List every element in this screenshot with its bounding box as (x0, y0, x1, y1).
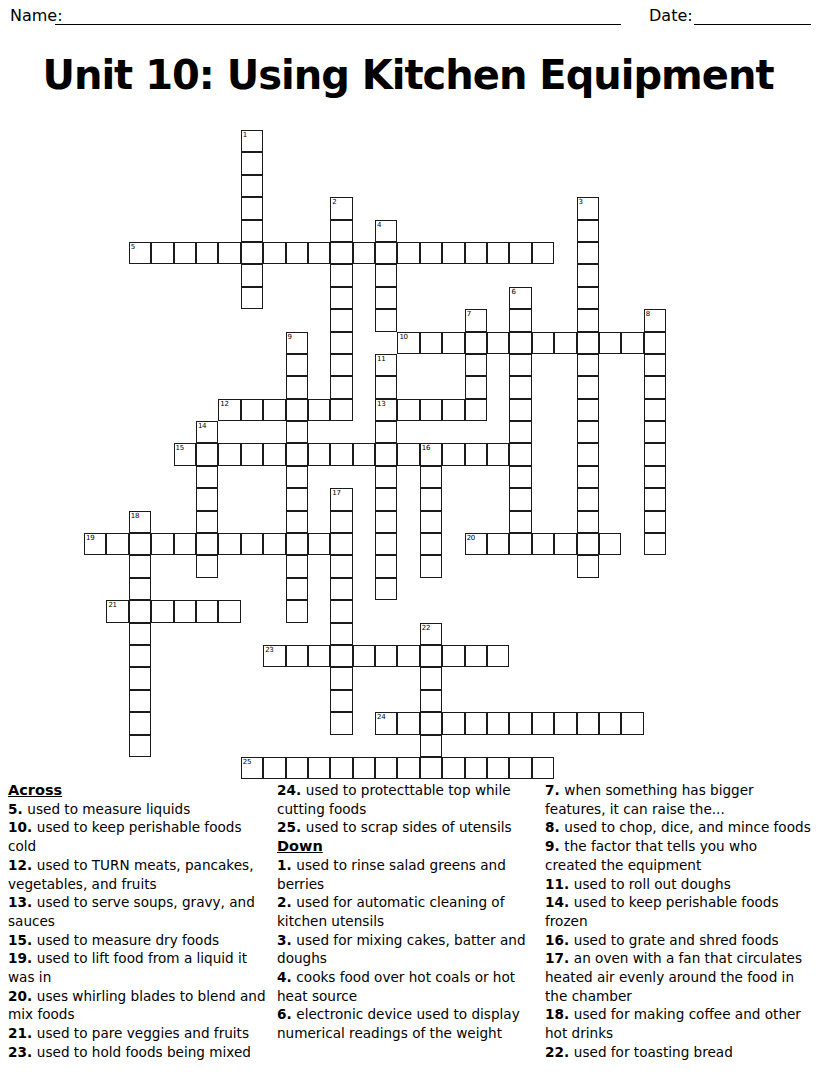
grid-cell-r12c15[interactable] (420, 399, 442, 421)
across-header: Across (8, 781, 268, 800)
grid-cell-r27c2[interactable] (129, 735, 151, 757)
grid-cell-r18c5[interactable] (196, 533, 218, 555)
clue-down-8: 8. used to chop, dice, and mince foods (545, 818, 813, 837)
grid-cell-r22c15[interactable]: 22 (420, 623, 442, 645)
grid-cell-r28c15[interactable] (420, 757, 442, 779)
clue-number-7: 7 (467, 310, 471, 318)
grid-cell-r14c9[interactable] (286, 443, 308, 465)
grid-cell-r14c14[interactable] (397, 443, 419, 465)
grid-cell-r28c16[interactable] (442, 757, 464, 779)
grid-cell-r25c11[interactable] (330, 690, 352, 712)
grid-cell-r23c15[interactable] (420, 645, 442, 667)
grid-cell-r16c22[interactable] (577, 488, 599, 510)
grid-cell-r5c12[interactable] (353, 242, 375, 264)
grid-cell-r28c12[interactable] (353, 757, 375, 779)
grid-cell-r14c16[interactable] (442, 443, 464, 465)
clue-across-15: 15. used to measure dry foods (8, 931, 268, 950)
clue-number-10: 10 (399, 333, 407, 341)
grid-cell-r28c19[interactable] (509, 757, 531, 779)
grid-cell-r14c7[interactable] (241, 443, 263, 465)
grid-cell-r9c23[interactable] (599, 332, 621, 354)
grid-cell-r15c19[interactable] (509, 466, 531, 488)
grid-cell-r8c22[interactable] (577, 309, 599, 331)
grid-cell-r18c2[interactable] (129, 533, 151, 555)
grid-cell-r9c22[interactable] (577, 332, 599, 354)
clue-down-2: 2. used for automatic cleaning of kitche… (277, 893, 537, 930)
grid-cell-r28c10[interactable] (308, 757, 330, 779)
grid-cell-r23c13[interactable] (375, 645, 397, 667)
grid-cell-r13c25[interactable] (644, 421, 666, 443)
grid-cell-r12c17[interactable] (465, 399, 487, 421)
grid-cell-r5c19[interactable] (509, 242, 531, 264)
clue-number-12: 12 (220, 400, 228, 408)
grid-cell-r9c21[interactable] (554, 332, 576, 354)
grid-cell-r10c19[interactable] (509, 354, 531, 376)
grid-cell-r9c24[interactable] (621, 332, 643, 354)
grid-cell-r7c22[interactable] (577, 287, 599, 309)
clue-number-16: 16 (422, 444, 430, 452)
grid-cell-r17c15[interactable] (420, 511, 442, 533)
clue-number-3: 3 (579, 198, 583, 206)
grid-cell-r12c7[interactable] (241, 399, 263, 421)
grid-cell-r1c7[interactable] (241, 152, 263, 174)
grid-cell-r24c15[interactable] (420, 667, 442, 689)
grid-cell-r26c22[interactable] (577, 712, 599, 734)
grid-cell-r5c20[interactable] (532, 242, 554, 264)
grid-cell-r18c15[interactable] (420, 533, 442, 555)
grid-cell-r2c7[interactable] (241, 175, 263, 197)
clue-number-20: 20 (467, 534, 475, 542)
grid-cell-r24c11[interactable] (330, 667, 352, 689)
grid-cell-r18c20[interactable] (532, 533, 554, 555)
grid-cell-r28c18[interactable] (487, 757, 509, 779)
grid-cell-r18c11[interactable] (330, 533, 352, 555)
grid-cell-r14c13[interactable] (375, 443, 397, 465)
grid-cell-r26c18[interactable] (487, 712, 509, 734)
clue-across-12: 12. used to TURN meats, pancakes, vegeta… (8, 856, 268, 893)
grid-cell-r12c16[interactable] (442, 399, 464, 421)
grid-cell-r26c13[interactable]: 24 (375, 712, 397, 734)
grid-cell-r7c7[interactable] (241, 287, 263, 309)
clue-across-24: 24. used to protecttable top while cutti… (277, 781, 537, 818)
date-blank-line[interactable] (694, 7, 811, 25)
clue-across-23: 23. used to hold foods being mixed (8, 1043, 268, 1062)
grid-cell-r4c11[interactable] (330, 220, 352, 242)
clue-across-21: 21. used to pare veggies and fruits (8, 1024, 268, 1043)
grid-cell-r14c4[interactable]: 15 (174, 443, 196, 465)
clue-number-11: 11 (377, 355, 385, 363)
grid-cell-r21c2[interactable] (129, 600, 151, 622)
name-blank-line[interactable] (55, 7, 621, 25)
grid-cell-r16c25[interactable] (644, 488, 666, 510)
grid-cell-r6c13[interactable] (375, 264, 397, 286)
grid-cell-r18c9[interactable] (286, 533, 308, 555)
crossword-grid: 1234567891011121314151617181920212223242… (84, 130, 666, 779)
grid-cell-r12c6[interactable]: 12 (218, 399, 240, 421)
grid-cell-r6c7[interactable] (241, 264, 263, 286)
grid-cell-r12c19[interactable] (509, 399, 531, 421)
grid-cell-r15c25[interactable] (644, 466, 666, 488)
grid-cell-r12c11[interactable] (330, 399, 352, 421)
date-label: Date: (649, 6, 693, 25)
grid-cell-r5c9[interactable] (286, 242, 308, 264)
grid-cell-r12c25[interactable] (644, 399, 666, 421)
grid-cell-r11c11[interactable] (330, 376, 352, 398)
grid-cell-r26c24[interactable] (621, 712, 643, 734)
grid-cell-r10c11[interactable] (330, 354, 352, 376)
grid-cell-r23c8[interactable]: 23 (263, 645, 285, 667)
grid-cell-r3c7[interactable] (241, 197, 263, 219)
grid-cell-r17c9[interactable] (286, 511, 308, 533)
grid-cell-r21c11[interactable] (330, 600, 352, 622)
clue-across-19: 19. used to lift food from a liquid it w… (8, 949, 268, 986)
grid-cell-r15c5[interactable] (196, 466, 218, 488)
grid-cell-r23c16[interactable] (442, 645, 464, 667)
grid-cell-r18c4[interactable] (174, 533, 196, 555)
grid-cell-r5c3[interactable] (151, 242, 173, 264)
clue-across-25: 25. used to scrap sides of utensils (277, 818, 537, 837)
grid-cell-r7c13[interactable] (375, 287, 397, 309)
grid-cell-r17c5[interactable] (196, 511, 218, 533)
grid-cell-r19c9[interactable] (286, 555, 308, 577)
grid-cell-r25c2[interactable] (129, 690, 151, 712)
grid-cell-r18c22[interactable] (577, 533, 599, 555)
grid-cell-r11c25[interactable] (644, 376, 666, 398)
grid-cell-r10c25[interactable] (644, 354, 666, 376)
grid-cell-r28c14[interactable] (397, 757, 419, 779)
clue-down-11: 11. used to roll out doughs (545, 875, 813, 894)
grid-cell-r16c19[interactable] (509, 488, 531, 510)
grid-cell-r12c13[interactable]: 13 (375, 399, 397, 421)
clue-down-3: 3. used for mixing cakes, batter and dou… (277, 931, 537, 968)
grid-cell-r6c11[interactable] (330, 264, 352, 286)
grid-cell-r15c13[interactable] (375, 466, 397, 488)
grid-cell-r5c5[interactable] (196, 242, 218, 264)
grid-cell-r17c25[interactable] (644, 511, 666, 533)
clue-number-13: 13 (377, 400, 385, 408)
grid-cell-r18c13[interactable] (375, 533, 397, 555)
clue-number-22: 22 (422, 624, 430, 632)
grid-cell-r17c19[interactable] (509, 511, 531, 533)
grid-cell-r5c17[interactable] (465, 242, 487, 264)
grid-cell-r14c18[interactable] (487, 443, 509, 465)
grid-cell-r19c5[interactable] (196, 555, 218, 577)
grid-cell-r15c9[interactable] (286, 466, 308, 488)
clue-number-23: 23 (265, 646, 273, 654)
grid-cell-r16c9[interactable] (286, 488, 308, 510)
grid-cell-r14c5[interactable] (196, 443, 218, 465)
grid-cell-r26c23[interactable] (599, 712, 621, 734)
grid-cell-r14c6[interactable] (218, 443, 240, 465)
grid-cell-r20c11[interactable] (330, 578, 352, 600)
grid-cell-r23c9[interactable] (286, 645, 308, 667)
worksheet-page: Name: Date: Unit 10: Using Kitchen Equip… (0, 0, 816, 1083)
grid-cell-r11c9[interactable] (286, 376, 308, 398)
grid-cell-r20c13[interactable] (375, 578, 397, 600)
clue-number-1: 1 (243, 131, 247, 139)
clue-number-2: 2 (332, 198, 336, 206)
clue-down-6: 6. electronic device used to display num… (277, 1005, 537, 1042)
grid-cell-r7c19[interactable]: 6 (509, 287, 531, 309)
grid-cell-r28c9[interactable] (286, 757, 308, 779)
grid-cell-r14c25[interactable] (644, 443, 666, 465)
grid-cell-r22c11[interactable] (330, 623, 352, 645)
grid-cell-r18c17[interactable]: 20 (465, 533, 487, 555)
grid-cell-r3c11[interactable]: 2 (330, 197, 352, 219)
grid-cell-r12c10[interactable] (308, 399, 330, 421)
grid-cell-r18c19[interactable] (509, 533, 531, 555)
grid-cell-r18c25[interactable] (644, 533, 666, 555)
grid-cell-r26c16[interactable] (442, 712, 464, 734)
clue-number-21: 21 (108, 601, 116, 609)
grid-cell-r9c19[interactable] (509, 332, 531, 354)
grid-cell-r13c9[interactable] (286, 421, 308, 443)
grid-cell-r16c5[interactable] (196, 488, 218, 510)
clues-column-1: Across5. used to measure liquids10. used… (8, 781, 268, 1062)
clue-across-5: 5. used to measure liquids (8, 800, 268, 819)
grid-cell-r10c13[interactable]: 11 (375, 354, 397, 376)
grid-cell-r11c22[interactable] (577, 376, 599, 398)
grid-cell-r26c14[interactable] (397, 712, 419, 734)
clue-number-15: 15 (176, 444, 184, 452)
grid-cell-r24c2[interactable] (129, 667, 151, 689)
grid-cell-r25c15[interactable] (420, 690, 442, 712)
grid-cell-r13c19[interactable] (509, 421, 531, 443)
grid-cell-r8c25[interactable]: 8 (644, 309, 666, 331)
grid-cell-r10c22[interactable] (577, 354, 599, 376)
grid-cell-r8c11[interactable] (330, 309, 352, 331)
grid-cell-r17c13[interactable] (375, 511, 397, 533)
grid-cell-r26c20[interactable] (532, 712, 554, 734)
grid-cell-r5c8[interactable] (263, 242, 285, 264)
grid-cell-r5c18[interactable] (487, 242, 509, 264)
clue-down-18: 18. used for making coffee and other hot… (545, 1005, 813, 1042)
grid-cell-r18c23[interactable] (599, 533, 621, 555)
grid-cell-r28c17[interactable] (465, 757, 487, 779)
grid-cell-r11c17[interactable] (465, 376, 487, 398)
clue-down-17: 17. an oven with a fan that circulates h… (545, 949, 813, 1005)
grid-cell-r26c15[interactable] (420, 712, 442, 734)
grid-cell-r26c2[interactable] (129, 712, 151, 734)
grid-cell-r19c11[interactable] (330, 555, 352, 577)
grid-cell-r10c17[interactable] (465, 354, 487, 376)
grid-cell-r7c11[interactable] (330, 287, 352, 309)
grid-cell-r23c10[interactable] (308, 645, 330, 667)
grid-cell-r12c14[interactable] (397, 399, 419, 421)
clue-number-17: 17 (332, 489, 340, 497)
grid-cell-r28c13[interactable] (375, 757, 397, 779)
grid-cell-r8c17[interactable]: 7 (465, 309, 487, 331)
grid-cell-r18c21[interactable] (554, 533, 576, 555)
clue-number-25: 25 (243, 758, 251, 766)
grid-cell-r4c13[interactable]: 4 (375, 220, 397, 242)
grid-cell-r23c18[interactable] (487, 645, 509, 667)
grid-cell-r28c11[interactable] (330, 757, 352, 779)
grid-cell-r5c14[interactable] (397, 242, 419, 264)
clue-down-4: 4. cooks food over hot coals or hot heat… (277, 968, 537, 1005)
grid-cell-r20c2[interactable] (129, 578, 151, 600)
grid-cell-r12c9[interactable] (286, 399, 308, 421)
clues-column-2: 24. used to protecttable top while cutti… (277, 781, 537, 1043)
grid-cell-r17c2[interactable]: 18 (129, 511, 151, 533)
grid-cell-r18c1[interactable] (106, 533, 128, 555)
grid-cell-r23c17[interactable] (465, 645, 487, 667)
grid-cell-r20c9[interactable] (286, 578, 308, 600)
clue-number-8: 8 (646, 310, 650, 318)
grid-cell-r16c11[interactable]: 17 (330, 488, 352, 510)
grid-cell-r12c22[interactable] (577, 399, 599, 421)
grid-cell-r12c8[interactable] (263, 399, 285, 421)
grid-cell-r5c15[interactable] (420, 242, 442, 264)
clue-down-22: 22. used for toasting bread (545, 1043, 813, 1062)
grid-cell-r0c7[interactable]: 1 (241, 130, 263, 152)
grid-cell-r21c3[interactable] (151, 600, 173, 622)
grid-cell-r21c5[interactable] (196, 600, 218, 622)
grid-cell-r9c9[interactable]: 9 (286, 332, 308, 354)
grid-cell-r14c11[interactable] (330, 443, 352, 465)
grid-cell-r8c19[interactable] (509, 309, 531, 331)
grid-cell-r11c19[interactable] (509, 376, 531, 398)
clue-across-10: 10. used to keep perishable foods cold (8, 818, 268, 855)
grid-cell-r21c9[interactable] (286, 600, 308, 622)
grid-cell-r5c10[interactable] (308, 242, 330, 264)
clue-number-14: 14 (198, 422, 206, 430)
grid-cell-r23c12[interactable] (353, 645, 375, 667)
grid-cell-r13c13[interactable] (375, 421, 397, 443)
grid-cell-r9c15[interactable] (420, 332, 442, 354)
grid-cell-r27c15[interactable] (420, 735, 442, 757)
grid-cell-r4c7[interactable] (241, 220, 263, 242)
grid-cell-r9c25[interactable] (644, 332, 666, 354)
grid-cell-r5c16[interactable] (442, 242, 464, 264)
grid-cell-r14c12[interactable] (353, 443, 375, 465)
grid-cell-r16c13[interactable] (375, 488, 397, 510)
grid-cell-r9c14[interactable]: 10 (397, 332, 419, 354)
grid-cell-r14c10[interactable] (308, 443, 330, 465)
clue-down-14: 14. used to keep perishable foods frozen (545, 893, 813, 930)
clue-down-1: 1. used to rinse salad greens and berrie… (277, 856, 537, 893)
grid-cell-r9c16[interactable] (442, 332, 464, 354)
down-header: Down (277, 837, 537, 856)
grid-cell-r17c22[interactable] (577, 511, 599, 533)
grid-cell-r21c4[interactable] (174, 600, 196, 622)
grid-cell-r10c9[interactable] (286, 354, 308, 376)
grid-cell-r19c2[interactable] (129, 555, 151, 577)
grid-cell-r18c18[interactable] (487, 533, 509, 555)
clue-across-20: 20. uses whirling blades to blend and mi… (8, 987, 268, 1024)
grid-cell-r18c7[interactable] (241, 533, 263, 555)
clue-number-9: 9 (288, 333, 292, 341)
grid-cell-r26c21[interactable] (554, 712, 576, 734)
grid-cell-r6c22[interactable] (577, 264, 599, 286)
grid-cell-r28c20[interactable] (532, 757, 554, 779)
grid-cell-r5c11[interactable] (330, 242, 352, 264)
grid-cell-r21c6[interactable] (218, 600, 240, 622)
grid-cell-r19c15[interactable] (420, 555, 442, 577)
grid-cell-r9c17[interactable] (465, 332, 487, 354)
clue-number-6: 6 (511, 288, 515, 296)
grid-cell-r18c3[interactable] (151, 533, 173, 555)
grid-cell-r9c18[interactable] (487, 332, 509, 354)
grid-cell-r14c17[interactable] (465, 443, 487, 465)
grid-cell-r21c1[interactable]: 21 (106, 600, 128, 622)
grid-cell-r18c6[interactable] (218, 533, 240, 555)
grid-cell-r18c0[interactable]: 19 (84, 533, 106, 555)
grid-cell-r16c15[interactable] (420, 488, 442, 510)
grid-cell-r28c8[interactable] (263, 757, 285, 779)
grid-cell-r14c15[interactable]: 16 (420, 443, 442, 465)
grid-cell-r5c7[interactable] (241, 242, 263, 264)
clue-number-4: 4 (377, 221, 381, 229)
grid-cell-r5c2[interactable]: 5 (129, 242, 151, 264)
grid-cell-r11c13[interactable] (375, 376, 397, 398)
grid-cell-r4c22[interactable] (577, 220, 599, 242)
page-title: Unit 10: Using Kitchen Equipment (0, 52, 816, 98)
clue-down-9: 9. the factor that tells you who created… (545, 837, 813, 874)
grid-cell-r8c13[interactable] (375, 309, 397, 331)
grid-cell-r14c22[interactable] (577, 443, 599, 465)
grid-cell-r9c11[interactable] (330, 332, 352, 354)
grid-cell-r3c22[interactable]: 3 (577, 197, 599, 219)
grid-cell-r23c14[interactable] (397, 645, 419, 667)
clue-across-13: 13. used to serve soups, gravy, and sauc… (8, 893, 268, 930)
grid-cell-r14c8[interactable] (263, 443, 285, 465)
grid-cell-r18c8[interactable] (263, 533, 285, 555)
grid-cell-r19c22[interactable] (577, 555, 599, 577)
grid-cell-r15c15[interactable] (420, 466, 442, 488)
grid-cell-r5c22[interactable] (577, 242, 599, 264)
grid-cell-r5c6[interactable] (218, 242, 240, 264)
grid-cell-r15c22[interactable] (577, 466, 599, 488)
grid-cell-r13c5[interactable]: 14 (196, 421, 218, 443)
grid-cell-r23c2[interactable] (129, 645, 151, 667)
grid-cell-r5c4[interactable] (174, 242, 196, 264)
grid-cell-r26c19[interactable] (509, 712, 531, 734)
grid-cell-r13c22[interactable] (577, 421, 599, 443)
grid-cell-r9c20[interactable] (532, 332, 554, 354)
grid-cell-r22c2[interactable] (129, 623, 151, 645)
clue-number-18: 18 (131, 512, 139, 520)
grid-cell-r26c17[interactable] (465, 712, 487, 734)
grid-cell-r19c13[interactable] (375, 555, 397, 577)
grid-cell-r28c7[interactable]: 25 (241, 757, 263, 779)
clue-down-16: 16. used to grate and shred foods (545, 931, 813, 950)
clue-number-19: 19 (86, 534, 94, 542)
grid-cell-r5c13[interactable] (375, 242, 397, 264)
grid-cell-r14c19[interactable] (509, 443, 531, 465)
grid-cell-r26c11[interactable] (330, 712, 352, 734)
clue-number-24: 24 (377, 713, 385, 721)
grid-cell-r18c10[interactable] (308, 533, 330, 555)
grid-cell-r17c11[interactable] (330, 511, 352, 533)
clues-column-3: 7. when something has bigger features, i… (545, 781, 813, 1062)
grid-cell-r23c11[interactable] (330, 645, 352, 667)
clue-number-5: 5 (131, 243, 135, 251)
clue-down-7: 7. when something has bigger features, i… (545, 781, 813, 818)
